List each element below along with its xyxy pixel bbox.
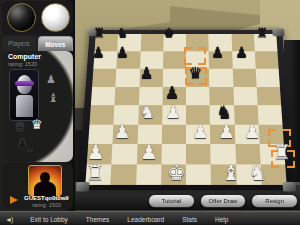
square-b6[interactable] (116, 69, 140, 87)
piece-black-rook-h8[interactable]: ♜ (256, 26, 268, 39)
app-window: ♜♞♚♜♟♟♟♟♟♛♟♞♟♞♟♟♟♟♟♟♜♜♚♝♞ Players Moves … (0, 0, 300, 225)
sound-icon[interactable]: ◄) (5, 216, 12, 223)
piece-white-king-d1[interactable]: ♚ (167, 162, 186, 183)
player-name: GUESTqo0t0w9 (24, 195, 69, 201)
frame-corner (272, 29, 284, 37)
square-d7[interactable] (163, 51, 186, 69)
piece-white-rook-h2[interactable]: ♜ (273, 143, 291, 163)
square-h5[interactable] (256, 87, 281, 106)
piece-black-pawn-b7[interactable]: ♟ (116, 45, 129, 59)
player-card: GUESTqo0t0w9 rating: 1500 (2, 163, 73, 209)
piece-black-knight-f4[interactable]: ♞ (216, 104, 232, 122)
square-c8[interactable] (140, 34, 163, 51)
captured-pawn-count: x2 (27, 147, 33, 153)
piece-black-pawn-c6[interactable]: ♟ (140, 65, 154, 80)
player-rating: rating: 1500 (32, 202, 61, 208)
square-c1[interactable] (136, 164, 162, 185)
exit-to-lobby-button[interactable]: Exit to Lobby (30, 216, 68, 223)
piece-pockets (2, 1, 73, 35)
square-h6[interactable] (255, 69, 279, 87)
square-g6[interactable] (232, 69, 256, 87)
square-a5[interactable] (91, 87, 116, 106)
piece-white-pawn-f3[interactable]: ♟ (218, 123, 235, 142)
piece-white-pawn-a2[interactable]: ♟ (87, 143, 105, 163)
leaderboard-button[interactable]: Leaderboard (127, 216, 164, 223)
square-a6[interactable] (92, 69, 116, 87)
piece-white-pawn-g3[interactable]: ♟ (244, 123, 261, 142)
piece-black-pawn-a7[interactable]: ♟ (92, 45, 105, 59)
piece-black-queen-e6[interactable]: ♛ (189, 65, 203, 80)
square-g5[interactable] (233, 87, 257, 106)
frame-corner (282, 182, 296, 192)
player-avatar (28, 165, 62, 196)
opponent-name: Computer (8, 53, 41, 60)
robot-visor-icon (15, 81, 34, 86)
square-b1[interactable] (111, 164, 137, 185)
square-e2[interactable] (186, 144, 211, 164)
square-h7[interactable] (255, 51, 279, 69)
captured-white-queen-icon: ♛ (31, 117, 43, 132)
piece-black-pawn-d5[interactable]: ♟ (165, 84, 180, 100)
piece-white-bishop-f1[interactable]: ♝ (221, 162, 240, 183)
square-d3[interactable] (162, 124, 186, 144)
square-f6[interactable] (209, 69, 233, 87)
tab-players[interactable]: Players (2, 36, 36, 51)
help-button[interactable]: Help (215, 216, 228, 223)
tutorial-button[interactable]: Tutorial (148, 194, 195, 208)
panel-tabs: Players Moves (2, 36, 73, 51)
opponent-avatar (9, 69, 39, 121)
square-e5[interactable] (186, 87, 210, 106)
opponent-card: Computer rating: 1520 ♟ ♝ ♛ ♛ ♟ x2 (2, 51, 73, 162)
piece-white-pawn-e3[interactable]: ♟ (192, 123, 209, 142)
piece-black-king-d8[interactable]: ♚ (163, 26, 175, 39)
square-a4[interactable] (90, 105, 115, 124)
white-pieces-pocket[interactable] (41, 3, 70, 32)
opponent-rating: rating: 1520 (8, 61, 37, 67)
piece-black-rook-a8[interactable]: ♜ (93, 26, 105, 39)
piece-white-pawn-b3[interactable]: ♟ (114, 123, 131, 142)
tab-moves[interactable]: Moves (38, 36, 74, 51)
bottom-menu-bar: ◄) Exit to Lobby Themes Leaderboard Stat… (0, 211, 300, 225)
square-b5[interactable] (115, 87, 139, 106)
black-pieces-pocket[interactable] (7, 3, 36, 32)
captured-black-queen-icon: ♛ (14, 119, 26, 134)
square-b2[interactable] (112, 144, 137, 164)
resign-button[interactable]: Resign (251, 194, 298, 208)
piece-white-pawn-c2[interactable]: ♟ (140, 143, 158, 163)
piece-black-knight-b8[interactable]: ♞ (116, 26, 128, 39)
piece-black-pawn-g7[interactable]: ♟ (235, 45, 248, 59)
turn-indicator-arrow-icon (10, 196, 18, 204)
offer-draw-button[interactable]: Offer Draw (200, 194, 247, 208)
stats-button[interactable]: Stats (182, 216, 197, 223)
piece-black-pawn-f7[interactable]: ♟ (211, 45, 224, 59)
themes-button[interactable]: Themes (86, 216, 109, 223)
piece-white-rook-a1[interactable]: ♜ (86, 162, 105, 183)
piece-white-knight-g1[interactable]: ♞ (249, 162, 268, 183)
robot-body-icon (16, 95, 33, 117)
piece-white-knight-c4[interactable]: ♞ (140, 104, 156, 122)
piece-white-pawn-d4[interactable]: ♟ (165, 104, 181, 122)
ghost-white-pawn-icon: ♟ (46, 73, 56, 86)
square-h4[interactable] (257, 105, 282, 124)
ghost-white-bishop-icon: ♝ (48, 91, 59, 105)
action-buttons: Tutorial Offer Draw Resign (148, 194, 298, 208)
square-e1[interactable] (186, 164, 211, 185)
sidebar: Players Moves Computer rating: 1520 ♟ ♝ … (0, 0, 75, 211)
square-e8[interactable] (186, 34, 209, 51)
